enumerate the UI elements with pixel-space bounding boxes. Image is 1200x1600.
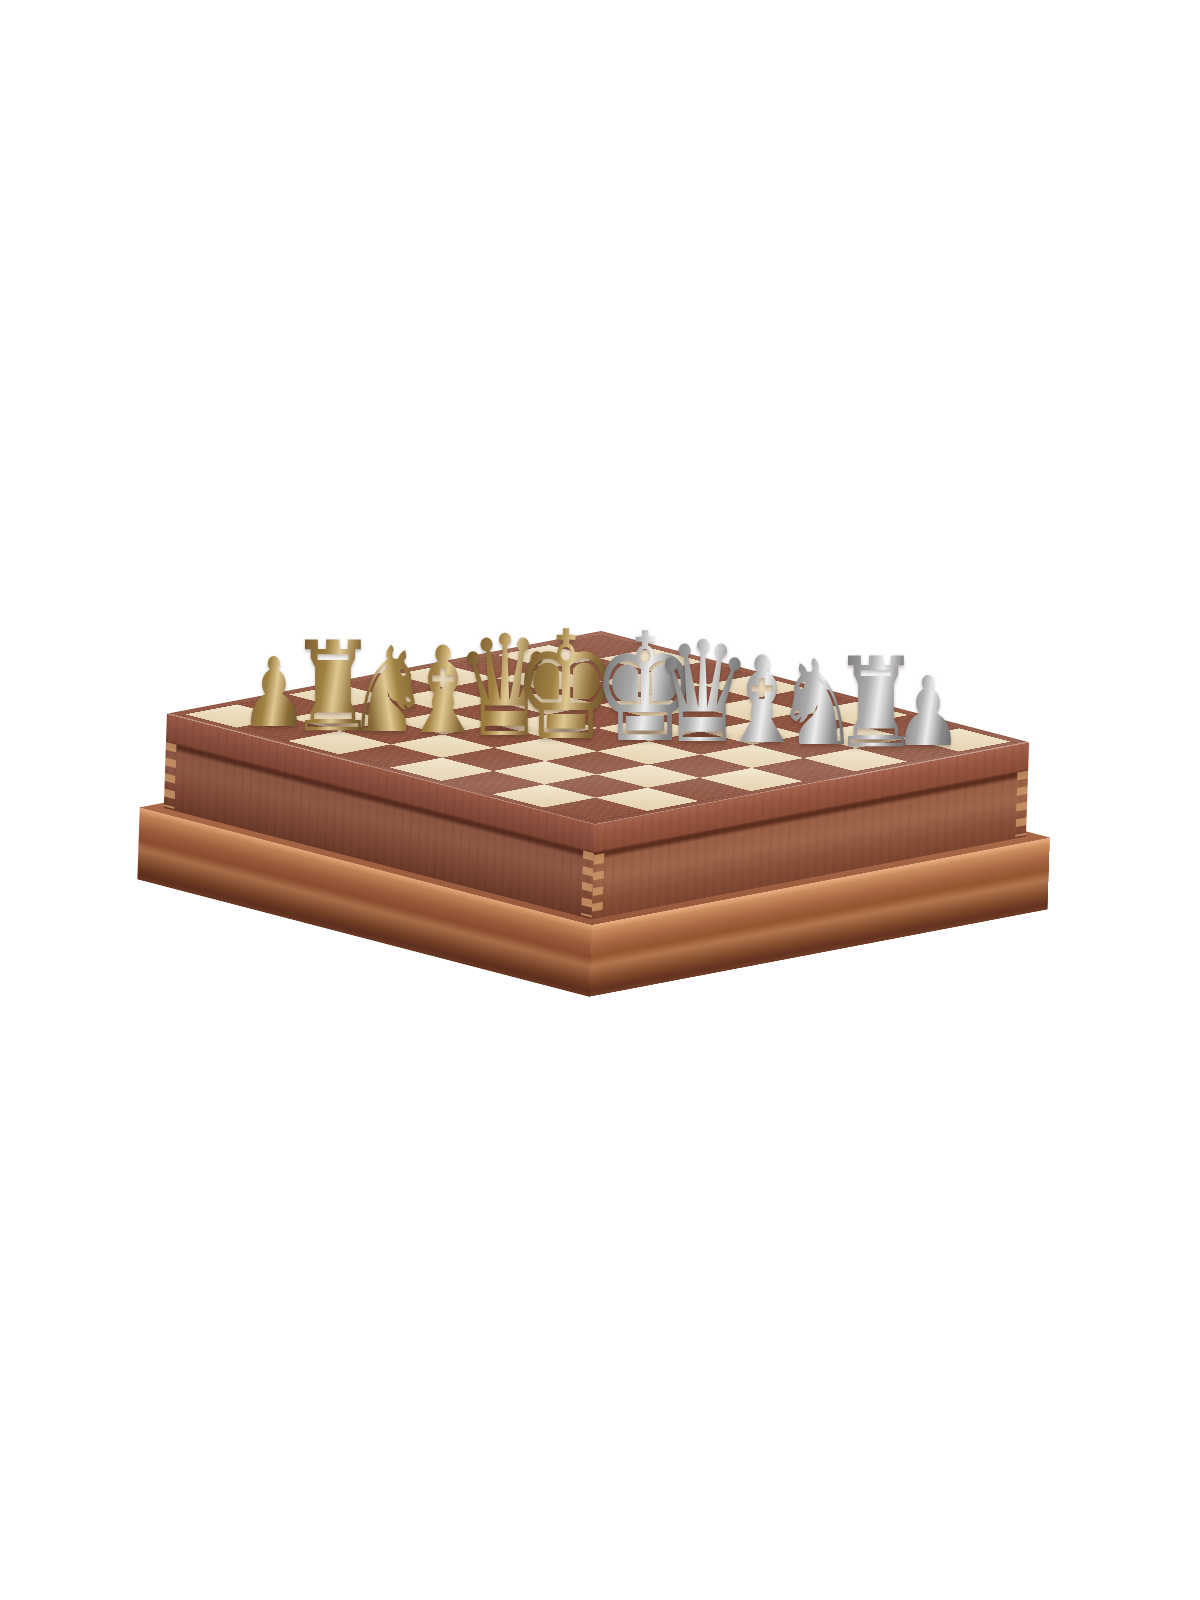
product-photo: ♟♜♞♝♛♚♚♛♝♞♜♟ (0, 0, 1200, 1600)
pieces-layer: ♟♜♞♝♛♚♚♛♝♞♜♟ (0, 0, 1200, 1600)
piece-silver-pawn: ♟ (894, 664, 963, 760)
